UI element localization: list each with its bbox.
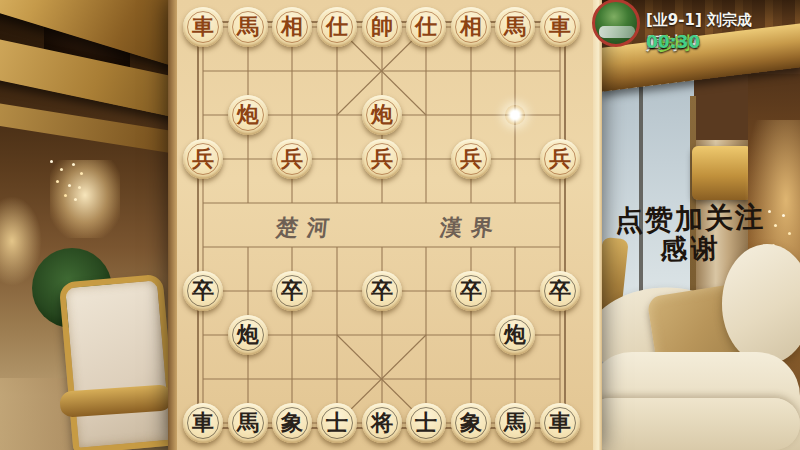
- piece-glyph: 象: [281, 412, 303, 434]
- piece-glyph: 相: [281, 16, 303, 38]
- piece-black-卒-c2r6[interactable]: 卒: [272, 271, 312, 311]
- piece-black-卒-c0r6[interactable]: 卒: [183, 271, 223, 311]
- piece-red-帥-c4r0[interactable]: 帥: [362, 7, 402, 47]
- piece-red-車-c8r0[interactable]: 車: [540, 7, 580, 47]
- chandelier: [50, 160, 120, 238]
- pieces-layer: 車馬相仕帥仕相馬車炮炮兵兵兵兵兵卒卒卒卒卒炮炮車馬象士将士象馬車: [168, 0, 602, 450]
- piece-glyph: 馬: [237, 412, 259, 434]
- piece-glyph: 帥: [371, 16, 393, 38]
- piece-red-相-c6r0[interactable]: 相: [451, 7, 491, 47]
- piece-red-兵-c2r3[interactable]: 兵: [272, 139, 312, 179]
- piece-black-炮-c7r7[interactable]: 炮: [495, 315, 535, 355]
- piece-glyph: 象: [460, 412, 482, 434]
- piece-glyph: 卒: [371, 280, 393, 302]
- piece-black-炮-c1r7[interactable]: 炮: [228, 315, 268, 355]
- piece-glyph: 士: [326, 412, 348, 434]
- piece-red-兵-c8r3[interactable]: 兵: [540, 139, 580, 179]
- piece-red-馬-c7r0[interactable]: 馬: [495, 7, 535, 47]
- piece-glyph: 将: [371, 412, 393, 434]
- piece-glyph: 馬: [237, 16, 259, 38]
- gilded-chair: [59, 274, 178, 450]
- sofa-cushion: [584, 398, 800, 450]
- palace-left-background: [0, 0, 170, 450]
- piece-red-炮-c1r2[interactable]: 炮: [228, 95, 268, 135]
- piece-glyph: 兵: [549, 148, 571, 170]
- piece-glyph: 卒: [549, 280, 571, 302]
- piece-glyph: 車: [192, 412, 214, 434]
- piece-red-兵-c4r3[interactable]: 兵: [362, 139, 402, 179]
- piece-black-士-c3r9[interactable]: 士: [317, 403, 357, 443]
- piece-glyph: 卒: [192, 280, 214, 302]
- piece-glyph: 相: [460, 16, 482, 38]
- piece-red-相-c2r0[interactable]: 相: [272, 7, 312, 47]
- piece-red-兵-c0r3[interactable]: 兵: [183, 139, 223, 179]
- piece-glyph: 炮: [371, 104, 393, 126]
- piece-black-馬-c7r9[interactable]: 馬: [495, 403, 535, 443]
- piece-black-象-c6r9[interactable]: 象: [451, 403, 491, 443]
- piece-black-象-c2r9[interactable]: 象: [272, 403, 312, 443]
- piece-glyph: 兵: [371, 148, 393, 170]
- player-name-label: [业9-1] 刘宗成: [646, 11, 752, 30]
- piece-red-炮-c4r2[interactable]: 炮: [362, 95, 402, 135]
- piece-red-馬-c1r0[interactable]: 馬: [228, 7, 268, 47]
- piece-glyph: 車: [549, 16, 571, 38]
- piece-black-卒-c8r6[interactable]: 卒: [540, 271, 580, 311]
- gold-column-capital: [692, 146, 752, 200]
- last-move-marker: [505, 105, 525, 125]
- banner-thanks: 感谢: [659, 230, 722, 268]
- piece-glyph: 炮: [237, 324, 259, 346]
- move-time-value: 00:30: [646, 32, 700, 52]
- stream-frame: 楚河 漢界 車馬相仕帥仕相馬車炮炮兵兵兵兵兵卒卒卒卒卒炮炮車馬象士将士象馬車 […: [0, 0, 800, 450]
- piece-glyph: 仕: [415, 16, 437, 38]
- piece-black-将-c4r9[interactable]: 将: [362, 403, 402, 443]
- streamer-avatar[interactable]: [592, 0, 640, 47]
- piece-glyph: 馬: [504, 412, 526, 434]
- piece-glyph: 卒: [281, 280, 303, 302]
- piece-black-卒-c4r6[interactable]: 卒: [362, 271, 402, 311]
- piece-black-卒-c6r6[interactable]: 卒: [451, 271, 491, 311]
- piece-black-士-c5r9[interactable]: 士: [406, 403, 446, 443]
- piece-black-車-c8r9[interactable]: 車: [540, 403, 580, 443]
- piece-red-車-c0r0[interactable]: 車: [183, 7, 223, 47]
- piece-glyph: 仕: [326, 16, 348, 38]
- piece-glyph: 士: [415, 412, 437, 434]
- piece-glyph: 炮: [237, 104, 259, 126]
- piece-black-馬-c1r9[interactable]: 馬: [228, 403, 268, 443]
- piece-red-兵-c6r3[interactable]: 兵: [451, 139, 491, 179]
- piece-glyph: 車: [549, 412, 571, 434]
- piece-glyph: 兵: [192, 148, 214, 170]
- piece-red-仕-c3r0[interactable]: 仕: [317, 7, 357, 47]
- piece-glyph: 兵: [460, 148, 482, 170]
- piece-glyph: 車: [192, 16, 214, 38]
- piece-glyph: 炮: [504, 324, 526, 346]
- piece-glyph: 兵: [281, 148, 303, 170]
- xiangqi-board[interactable]: 楚河 漢界 車馬相仕帥仕相馬車炮炮兵兵兵兵兵卒卒卒卒卒炮炮車馬象士将士象馬車: [168, 0, 602, 450]
- piece-glyph: 馬: [504, 16, 526, 38]
- piece-red-仕-c5r0[interactable]: 仕: [406, 7, 446, 47]
- piece-glyph: 卒: [460, 280, 482, 302]
- piece-black-車-c0r9[interactable]: 車: [183, 403, 223, 443]
